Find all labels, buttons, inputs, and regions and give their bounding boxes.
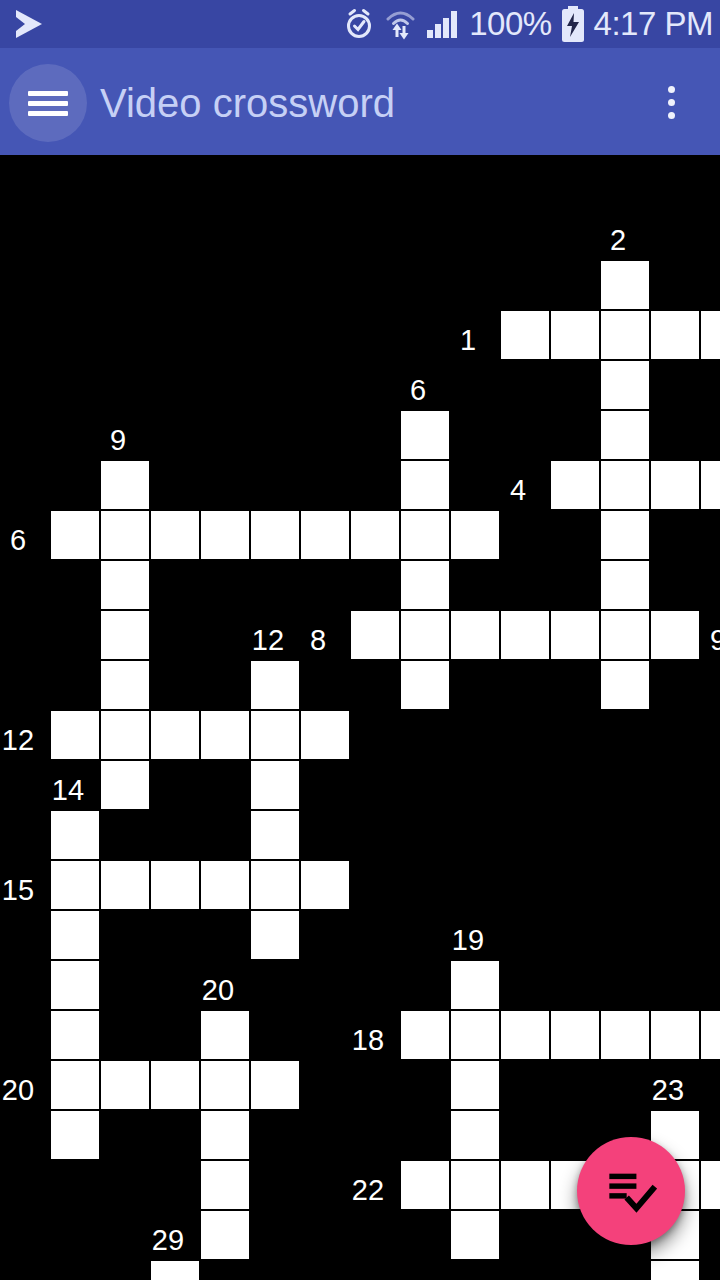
- battery-percent-text: 100%: [469, 0, 551, 48]
- clue-number-12-across: 12: [2, 726, 34, 755]
- cell-r19-c4[interactable]: [200, 1110, 250, 1160]
- wifi-calling-icon: [384, 7, 417, 41]
- cell-r3-c14[interactable]: [700, 310, 720, 360]
- cell-r9-c12[interactable]: [600, 610, 650, 660]
- cell-r7-c3[interactable]: [150, 510, 200, 560]
- cell-r8-c2[interactable]: [100, 560, 150, 610]
- cell-r13-c1[interactable]: [50, 810, 100, 860]
- clue-number-1-across: 1: [460, 326, 476, 355]
- cell-r15-c1[interactable]: [50, 910, 100, 960]
- cell-r20-c4[interactable]: [200, 1160, 250, 1210]
- cell-r17-c11[interactable]: [550, 1010, 600, 1060]
- clue-number-4-across: 4: [510, 476, 526, 505]
- clue-number-15-across: 15: [2, 876, 34, 905]
- cell-r14-c4[interactable]: [200, 860, 250, 910]
- cell-r17-c12[interactable]: [600, 1010, 650, 1060]
- cell-r11-c4[interactable]: [200, 710, 250, 760]
- cell-r9-c10[interactable]: [500, 610, 550, 660]
- clue-number-9-across: 9: [710, 626, 720, 655]
- cell-r17-c8[interactable]: [400, 1010, 450, 1060]
- cell-r17-c14[interactable]: [700, 1010, 720, 1060]
- cell-r17-c13[interactable]: [650, 1010, 700, 1060]
- cell-r20-c10[interactable]: [500, 1160, 550, 1210]
- battery-charging-icon: [561, 5, 585, 43]
- cell-r9-c8[interactable]: [400, 610, 450, 660]
- clue-number-14-down: 14: [52, 776, 84, 805]
- cell-r4-c12[interactable]: [600, 360, 650, 410]
- cell-r8-c8[interactable]: [400, 560, 450, 610]
- cell-r6-c11[interactable]: [550, 460, 600, 510]
- cell-r12-c5[interactable]: [250, 760, 300, 810]
- cell-r6-c13[interactable]: [650, 460, 700, 510]
- cell-r6-c12[interactable]: [600, 460, 650, 510]
- cell-r18-c4[interactable]: [200, 1060, 250, 1110]
- cell-r18-c2[interactable]: [100, 1060, 150, 1110]
- cell-r14-c3[interactable]: [150, 860, 200, 910]
- cell-r13-c5[interactable]: [250, 810, 300, 860]
- hamburger-menu-icon[interactable]: [28, 91, 68, 119]
- cell-r5-c12[interactable]: [600, 410, 650, 460]
- cell-r9-c9[interactable]: [450, 610, 500, 660]
- cell-r17-c9[interactable]: [450, 1010, 500, 1060]
- cell-r7-c9[interactable]: [450, 510, 500, 560]
- cell-r14-c1[interactable]: [50, 860, 100, 910]
- cell-r7-c5[interactable]: [250, 510, 300, 560]
- clue-number-20-down: 20: [202, 976, 234, 1005]
- cell-r10-c8[interactable]: [400, 660, 450, 710]
- cell-r3-c13[interactable]: [650, 310, 700, 360]
- cell-r14-c2[interactable]: [100, 860, 150, 910]
- cell-r8-c12[interactable]: [600, 560, 650, 610]
- cell-r7-c4[interactable]: [200, 510, 250, 560]
- cell-r22-c3[interactable]: [150, 1260, 200, 1280]
- cell-r5-c8[interactable]: [400, 410, 450, 460]
- cell-r17-c4[interactable]: [200, 1010, 250, 1060]
- cell-r19-c9[interactable]: [450, 1110, 500, 1160]
- cell-r11-c5[interactable]: [250, 710, 300, 760]
- cell-r17-c1[interactable]: [50, 1010, 100, 1060]
- play-store-icon: [12, 8, 44, 40]
- status-bar-right: 100% 4:17 PM: [343, 0, 720, 48]
- cell-r9-c13[interactable]: [650, 610, 700, 660]
- clue-number-8-across: 8: [310, 626, 326, 655]
- phone-screen: 100% 4:17 PM Video crossword 14689121518…: [0, 0, 720, 1280]
- clue-number-20-across: 20: [2, 1076, 34, 1105]
- cell-r16-c1[interactable]: [50, 960, 100, 1010]
- cell-r22-c13[interactable]: [650, 1260, 700, 1280]
- cell-r7-c1[interactable]: [50, 510, 100, 560]
- cell-r18-c3[interactable]: [150, 1060, 200, 1110]
- cell-r10-c12[interactable]: [600, 660, 650, 710]
- cell-r7-c12[interactable]: [600, 510, 650, 560]
- clue-number-23-down: 23: [652, 1076, 684, 1105]
- clue-number-29-down: 29: [152, 1226, 184, 1255]
- cell-r2-c12[interactable]: [600, 260, 650, 310]
- check-answers-fab[interactable]: [577, 1137, 685, 1245]
- overflow-menu-icon[interactable]: [662, 86, 682, 120]
- cell-r9-c2[interactable]: [100, 610, 150, 660]
- cell-r11-c1[interactable]: [50, 710, 100, 760]
- cell-r6-c8[interactable]: [400, 460, 450, 510]
- cell-r11-c6[interactable]: [300, 710, 350, 760]
- playlist-check-icon: [605, 1165, 657, 1217]
- cell-r19-c1[interactable]: [50, 1110, 100, 1160]
- cell-r7-c8[interactable]: [400, 510, 450, 560]
- cell-r11-c2[interactable]: [100, 710, 150, 760]
- cell-r3-c10[interactable]: [500, 310, 550, 360]
- cell-r20-c9[interactable]: [450, 1160, 500, 1210]
- status-bar-left: [0, 8, 44, 40]
- cell-r9-c11[interactable]: [550, 610, 600, 660]
- clue-number-6-down: 6: [410, 376, 426, 405]
- cell-r10-c5[interactable]: [250, 660, 300, 710]
- cell-r7-c2[interactable]: [100, 510, 150, 560]
- signal-strength-icon: [426, 8, 460, 40]
- clue-number-6-across: 6: [10, 526, 26, 555]
- cell-r10-c2[interactable]: [100, 660, 150, 710]
- page-title: Video crossword: [100, 48, 395, 155]
- cell-r20-c8[interactable]: [400, 1160, 450, 1210]
- alarm-icon: [343, 7, 375, 41]
- cell-r6-c14[interactable]: [700, 460, 720, 510]
- clue-number-9-down: 9: [110, 426, 126, 455]
- status-bar: 100% 4:17 PM: [0, 0, 720, 48]
- cell-r6-c2[interactable]: [100, 460, 150, 510]
- cell-r7-c7[interactable]: [350, 510, 400, 560]
- clue-number-19-down: 19: [452, 926, 484, 955]
- clue-number-18-across: 18: [352, 1026, 384, 1055]
- cell-r18-c9[interactable]: [450, 1060, 500, 1110]
- cell-r16-c9[interactable]: [450, 960, 500, 1010]
- clue-number-22-across: 22: [352, 1176, 384, 1205]
- cell-r11-c3[interactable]: [150, 710, 200, 760]
- cell-r14-c6[interactable]: [300, 860, 350, 910]
- clue-number-2-down: 2: [610, 226, 626, 255]
- cell-r17-c10[interactable]: [500, 1010, 550, 1060]
- cell-r20-c14[interactable]: [700, 1160, 720, 1210]
- cell-r18-c5[interactable]: [250, 1060, 300, 1110]
- clock-text: 4:17 PM: [594, 0, 713, 48]
- cell-r12-c2[interactable]: [100, 760, 150, 810]
- crossword-board[interactable]: 146891215182022269121419202329: [0, 160, 720, 1280]
- cell-r3-c12[interactable]: [600, 310, 650, 360]
- cell-r9-c7[interactable]: [350, 610, 400, 660]
- clue-number-12-down: 12: [252, 626, 284, 655]
- cell-r18-c1[interactable]: [50, 1060, 100, 1110]
- cell-r14-c5[interactable]: [250, 860, 300, 910]
- cell-r3-c11[interactable]: [550, 310, 600, 360]
- app-bar: Video crossword: [0, 48, 720, 155]
- cell-r21-c4[interactable]: [200, 1210, 250, 1260]
- cell-r21-c9[interactable]: [450, 1210, 500, 1260]
- cell-r15-c5[interactable]: [250, 910, 300, 960]
- cell-r7-c6[interactable]: [300, 510, 350, 560]
